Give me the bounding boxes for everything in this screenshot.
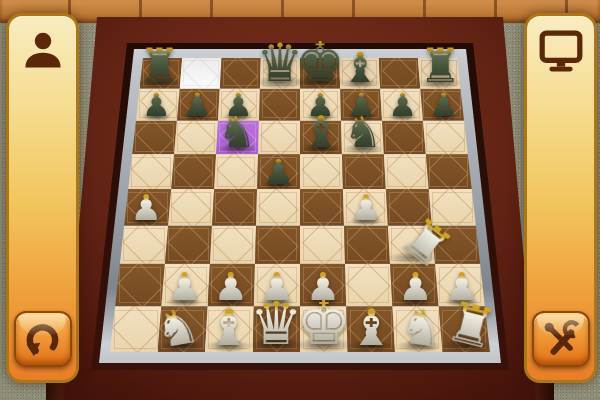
square-b4[interactable] (168, 189, 214, 225)
piece-white-pawn-a4[interactable]: ♟ (130, 190, 162, 226)
square-a2[interactable] (115, 264, 165, 307)
square-e5[interactable] (300, 154, 343, 189)
square-a6[interactable] (132, 121, 177, 155)
piece-black-pawn-a7[interactable]: ♟ (142, 88, 171, 120)
square-f5[interactable] (342, 154, 386, 189)
square-h5[interactable] (426, 154, 472, 189)
player-icon (9, 29, 76, 73)
right-sidebar-computer-panel[interactable] (524, 13, 597, 383)
square-d3[interactable] (255, 226, 300, 264)
square-h6[interactable] (423, 121, 468, 155)
piece-white-queen-d1[interactable]: ♛ (250, 294, 303, 353)
square-c8[interactable] (220, 58, 261, 89)
piece-white-bishop-c1[interactable]: ♝ (206, 303, 251, 353)
square-a3[interactable] (120, 226, 168, 264)
settings-tools-icon (541, 319, 581, 359)
square-f3[interactable] (344, 226, 390, 264)
piece-black-king-e8[interactable]: ♚ (296, 35, 345, 90)
piece-black-pawn-b7[interactable]: ♟ (183, 88, 212, 120)
square-e4[interactable] (300, 189, 344, 225)
square-d7[interactable] (259, 89, 300, 121)
piece-white-bishop-f1[interactable]: ♝ (349, 303, 394, 353)
square-c4[interactable] (212, 189, 257, 225)
piece-black-pawn-d5[interactable]: ♟ (263, 155, 294, 190)
square-b5[interactable] (171, 154, 216, 189)
left-sidebar-player-panel[interactable] (6, 13, 79, 383)
piece-black-bishop-f8[interactable]: ♝ (341, 47, 379, 89)
square-e3[interactable] (300, 226, 345, 264)
square-g6[interactable] (382, 121, 426, 155)
piece-white-king-e1[interactable]: ♚ (296, 292, 351, 353)
computer-icon (527, 29, 594, 73)
settings-button[interactable] (532, 311, 590, 367)
square-d6[interactable] (258, 121, 300, 155)
undo-icon (23, 319, 63, 359)
piece-black-rook-a8[interactable]: ♜ (139, 42, 181, 89)
piece-black-pawn-g7[interactable]: ♟ (388, 88, 417, 120)
undo-button[interactable] (14, 311, 72, 367)
piece-white-knight-g1[interactable]: ♞ (396, 301, 446, 356)
piece-white-knight-b1[interactable]: ♞ (152, 300, 204, 356)
piece-black-pawn-h7[interactable]: ♟ (429, 88, 458, 120)
square-c5[interactable] (214, 154, 258, 189)
square-a5[interactable] (128, 154, 174, 189)
square-g5[interactable] (384, 154, 429, 189)
piece-black-knight-f6[interactable]: ♞ (344, 112, 382, 155)
piece-white-pawn-f4[interactable]: ♟ (350, 190, 382, 226)
square-b8[interactable] (180, 58, 222, 89)
square-c3[interactable] (210, 226, 256, 264)
square-b3[interactable] (165, 226, 212, 264)
square-b6[interactable] (174, 121, 218, 155)
piece-black-knight-c6[interactable]: ♞ (218, 112, 256, 155)
square-d4[interactable] (256, 189, 300, 225)
piece-black-bishop-e6[interactable]: ♝ (301, 111, 340, 155)
piece-black-rook-h8[interactable]: ♜ (419, 42, 461, 89)
square-g8[interactable] (379, 58, 421, 89)
